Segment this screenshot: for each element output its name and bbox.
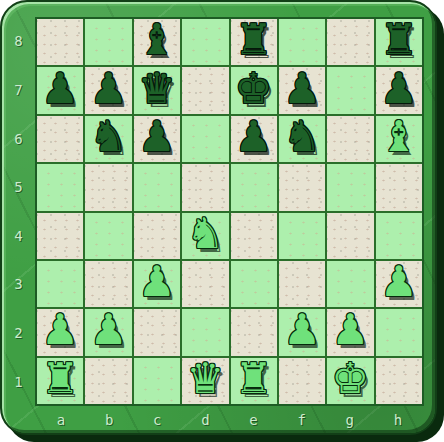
black-knight[interactable]: ♞ — [283, 116, 321, 158]
rank-label-8: 8 — [2, 17, 35, 66]
square-b6[interactable]: ♞ — [85, 116, 131, 162]
square-h1[interactable] — [376, 358, 422, 404]
black-bishop[interactable]: ♝ — [138, 19, 176, 61]
board-frame: 87654321 ♝♜♜♟♟♛♚♟♟♞♟♟♞♝♞♟♟♟♟♟♟♜♛♜♚ abcde… — [0, 0, 437, 435]
square-e7[interactable]: ♚ — [231, 67, 277, 113]
square-g5[interactable] — [327, 164, 373, 210]
square-g7[interactable] — [327, 67, 373, 113]
square-b1[interactable] — [85, 358, 131, 404]
square-h7[interactable]: ♟ — [376, 67, 422, 113]
white-pawn[interactable]: ♟ — [332, 309, 370, 351]
square-e2[interactable] — [231, 309, 277, 355]
black-pawn[interactable]: ♟ — [235, 116, 273, 158]
square-a1[interactable]: ♜ — [37, 358, 83, 404]
rank-label-1: 1 — [2, 357, 35, 406]
rank-label-6: 6 — [2, 114, 35, 163]
square-e3[interactable] — [231, 261, 277, 307]
square-a7[interactable]: ♟ — [37, 67, 83, 113]
square-h5[interactable] — [376, 164, 422, 210]
square-c4[interactable] — [134, 213, 180, 259]
square-b4[interactable] — [85, 213, 131, 259]
chess-board[interactable]: ♝♜♜♟♟♛♚♟♟♞♟♟♞♝♞♟♟♟♟♟♟♜♛♜♚ — [35, 17, 424, 406]
white-king[interactable]: ♚ — [332, 358, 370, 400]
square-h8[interactable]: ♜ — [376, 19, 422, 65]
file-label-h: h — [374, 406, 422, 433]
file-label-g: g — [326, 406, 374, 433]
square-f7[interactable]: ♟ — [279, 67, 325, 113]
square-b2[interactable]: ♟ — [85, 309, 131, 355]
square-h2[interactable] — [376, 309, 422, 355]
square-a8[interactable] — [37, 19, 83, 65]
rank-labels: 87654321 — [2, 17, 35, 406]
square-f6[interactable]: ♞ — [279, 116, 325, 162]
square-h3[interactable]: ♟ — [376, 261, 422, 307]
white-pawn[interactable]: ♟ — [380, 261, 418, 303]
page-background: 87654321 ♝♜♜♟♟♛♚♟♟♞♟♟♞♝♞♟♟♟♟♟♟♜♛♜♚ abcde… — [0, 0, 444, 442]
rank-label-3: 3 — [2, 260, 35, 309]
square-f8[interactable] — [279, 19, 325, 65]
square-g3[interactable] — [327, 261, 373, 307]
square-f1[interactable] — [279, 358, 325, 404]
black-pawn[interactable]: ♟ — [283, 68, 321, 110]
file-label-b: b — [85, 406, 133, 433]
square-g1[interactable]: ♚ — [327, 358, 373, 404]
square-f2[interactable]: ♟ — [279, 309, 325, 355]
square-f3[interactable] — [279, 261, 325, 307]
white-pawn[interactable]: ♟ — [90, 309, 128, 351]
file-label-c: c — [133, 406, 181, 433]
square-a5[interactable] — [37, 164, 83, 210]
rank-label-4: 4 — [2, 212, 35, 261]
square-c3[interactable]: ♟ — [134, 261, 180, 307]
square-c1[interactable] — [134, 358, 180, 404]
square-a4[interactable] — [37, 213, 83, 259]
rank-label-2: 2 — [2, 309, 35, 358]
square-c2[interactable] — [134, 309, 180, 355]
square-d3[interactable] — [182, 261, 228, 307]
square-a3[interactable] — [37, 261, 83, 307]
square-d1[interactable]: ♛ — [182, 358, 228, 404]
square-a6[interactable] — [37, 116, 83, 162]
square-g4[interactable] — [327, 213, 373, 259]
file-labels: abcdefgh — [37, 406, 422, 433]
square-g6[interactable] — [327, 116, 373, 162]
square-d2[interactable] — [182, 309, 228, 355]
square-h4[interactable] — [376, 213, 422, 259]
white-pawn[interactable]: ♟ — [41, 309, 79, 351]
square-h6[interactable]: ♝ — [376, 116, 422, 162]
rank-label-5: 5 — [2, 163, 35, 212]
white-pawn[interactable]: ♟ — [138, 261, 176, 303]
square-c8[interactable]: ♝ — [134, 19, 180, 65]
file-label-e: e — [230, 406, 278, 433]
black-pawn[interactable]: ♟ — [41, 68, 79, 110]
square-f4[interactable] — [279, 213, 325, 259]
square-d8[interactable] — [182, 19, 228, 65]
square-e4[interactable] — [231, 213, 277, 259]
black-rook[interactable]: ♜ — [380, 19, 418, 61]
square-b3[interactable] — [85, 261, 131, 307]
square-d7[interactable] — [182, 67, 228, 113]
square-d6[interactable] — [182, 116, 228, 162]
square-b5[interactable] — [85, 164, 131, 210]
file-label-a: a — [37, 406, 85, 433]
rank-label-7: 7 — [2, 66, 35, 115]
square-c5[interactable] — [134, 164, 180, 210]
file-label-d: d — [181, 406, 229, 433]
black-queen[interactable]: ♛ — [138, 68, 176, 110]
square-e5[interactable] — [231, 164, 277, 210]
square-a2[interactable]: ♟ — [37, 309, 83, 355]
black-king[interactable]: ♚ — [235, 68, 273, 110]
white-queen[interactable]: ♛ — [186, 358, 224, 400]
square-e6[interactable]: ♟ — [231, 116, 277, 162]
square-g2[interactable]: ♟ — [327, 309, 373, 355]
black-knight[interactable]: ♞ — [90, 116, 128, 158]
square-e8[interactable]: ♜ — [231, 19, 277, 65]
white-pawn[interactable]: ♟ — [283, 309, 321, 351]
square-f5[interactable] — [279, 164, 325, 210]
white-knight[interactable]: ♞ — [186, 213, 224, 255]
white-rook[interactable]: ♜ — [41, 358, 79, 400]
square-g8[interactable] — [327, 19, 373, 65]
black-rook[interactable]: ♜ — [235, 19, 273, 61]
square-c7[interactable]: ♛ — [134, 67, 180, 113]
square-b7[interactable]: ♟ — [85, 67, 131, 113]
square-e1[interactable]: ♜ — [231, 358, 277, 404]
file-label-f: f — [278, 406, 326, 433]
square-d4[interactable]: ♞ — [182, 213, 228, 259]
white-rook[interactable]: ♜ — [235, 358, 273, 400]
white-bishop[interactable]: ♝ — [380, 116, 418, 158]
black-pawn[interactable]: ♟ — [138, 116, 176, 158]
black-pawn[interactable]: ♟ — [90, 68, 128, 110]
square-b8[interactable] — [85, 19, 131, 65]
square-c6[interactable]: ♟ — [134, 116, 180, 162]
square-d5[interactable] — [182, 164, 228, 210]
black-pawn[interactable]: ♟ — [380, 68, 418, 110]
